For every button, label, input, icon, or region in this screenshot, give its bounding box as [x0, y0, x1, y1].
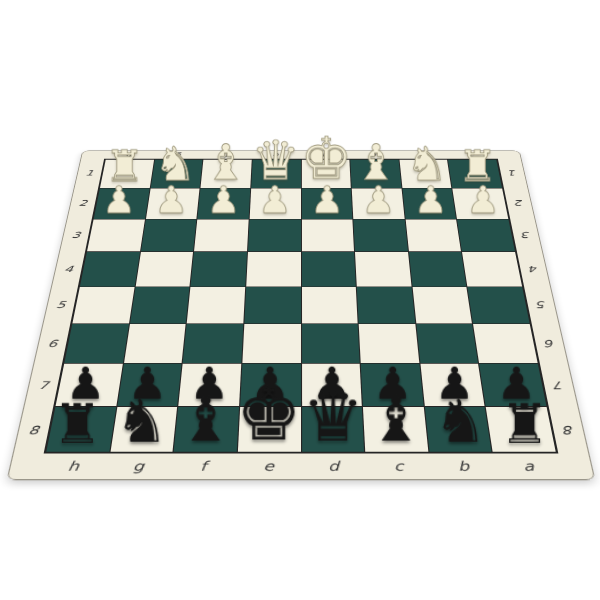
piece-black-bishop-c8: ♝ — [369, 389, 425, 451]
file-label-h: h — [67, 459, 81, 475]
square-b5 — [412, 287, 472, 324]
piece-black-rook-h8: ♜ — [53, 396, 102, 451]
piece-black-queen-d8: ♛ — [302, 382, 364, 451]
square-e8: ♚ — [238, 407, 301, 452]
square-e4 — [246, 252, 300, 286]
piece-white-pawn-f2: ♟ — [206, 181, 239, 218]
square-b3 — [405, 219, 461, 251]
square-a8: ♜ — [486, 407, 556, 452]
file-label-top-c: c — [372, 152, 378, 158]
square-f4 — [191, 252, 247, 286]
file-label-f: f — [200, 459, 207, 475]
rank-label-6: 6 — [47, 338, 59, 349]
piece-white-pawn-d2: ♟ — [310, 181, 343, 218]
rank-label-4: 4 — [63, 264, 74, 274]
square-c5 — [357, 287, 415, 324]
file-label-top-d: d — [322, 152, 328, 158]
square-f5 — [187, 287, 245, 324]
square-h4 — [80, 252, 140, 286]
rank-label-5: 5 — [55, 300, 66, 311]
file-label-a: a — [522, 459, 535, 475]
square-g5 — [130, 287, 190, 324]
square-c8: ♝ — [363, 407, 428, 452]
piece-black-knight-g8: ♞ — [115, 391, 168, 451]
piece-black-bishop-f8: ♝ — [178, 389, 234, 451]
chess-set-photo: hgfedcba 12345678 ♜♞♝♛♚♝♞♜♟♟♟♟♟♟♟♟♟♟♟♟♟♟… — [0, 0, 600, 600]
square-f3 — [194, 219, 248, 251]
piece-white-pawn-e2: ♟ — [258, 181, 291, 218]
square-d2: ♟ — [301, 189, 352, 219]
rank-label-right-8: 8 — [562, 423, 575, 436]
file-label-c: c — [393, 459, 404, 475]
rank-label-right-1: 1 — [508, 169, 518, 177]
square-h2: ♟ — [94, 189, 150, 219]
rank-label-right-3: 3 — [521, 230, 531, 239]
rank-label-right-6: 6 — [544, 338, 556, 349]
piece-black-king-e8: ♚ — [236, 378, 302, 451]
square-b8: ♞ — [425, 407, 492, 452]
rank-label-right-2: 2 — [514, 199, 524, 208]
piece-white-pawn-b2: ♟ — [414, 181, 447, 218]
rank-label-right-5: 5 — [535, 300, 546, 311]
file-label-g: g — [132, 459, 145, 475]
file-label-e: e — [263, 459, 274, 475]
square-g2: ♟ — [146, 189, 200, 219]
square-b4 — [409, 252, 467, 286]
square-a2: ♟ — [453, 189, 509, 219]
square-a3 — [457, 219, 515, 251]
file-label-top-h: h — [126, 152, 133, 158]
rank-label-right-7: 7 — [552, 379, 564, 391]
rank-label-2: 2 — [78, 199, 88, 208]
piece-white-pawn-c2: ♟ — [362, 181, 395, 218]
square-c3 — [353, 219, 407, 251]
file-label-top-g: g — [175, 152, 182, 158]
square-b2: ♟ — [402, 189, 456, 219]
square-a4 — [462, 252, 522, 286]
rank-label-7: 7 — [37, 379, 49, 391]
square-h5 — [72, 287, 134, 324]
square-f8: ♝ — [174, 407, 239, 452]
square-e3 — [248, 219, 301, 251]
piece-white-pawn-g2: ♟ — [154, 181, 187, 218]
chess-board: hgfedcba 12345678 ♜♞♝♛♚♝♞♜♟♟♟♟♟♟♟♟♟♟♟♟♟♟… — [6, 150, 595, 480]
file-label-top-e: e — [273, 152, 279, 158]
square-h3 — [87, 219, 145, 251]
file-label-top-b: b — [420, 152, 427, 158]
rank-label-8: 8 — [27, 423, 40, 436]
square-f2: ♟ — [198, 189, 251, 219]
square-c2: ♟ — [352, 189, 405, 219]
rank-label-right-4: 4 — [528, 264, 539, 274]
square-h8: ♜ — [46, 407, 116, 452]
piece-black-knight-b8: ♞ — [434, 391, 487, 451]
board-squares: ♜♞♝♛♚♝♞♜♟♟♟♟♟♟♟♟♟♟♟♟♟♟♟♟♜♞♝♚♛♝♞♜ — [44, 159, 559, 454]
rank-label-1: 1 — [85, 169, 95, 177]
piece-white-pawn-a2: ♟ — [466, 181, 499, 218]
square-d5 — [301, 287, 357, 324]
square-d8: ♛ — [302, 407, 365, 452]
square-g8: ♞ — [110, 407, 177, 452]
file-label-top-f: f — [226, 152, 230, 158]
square-g4 — [135, 252, 193, 286]
rank-label-3: 3 — [71, 230, 81, 239]
file-label-b: b — [457, 459, 470, 475]
square-e5 — [244, 287, 300, 324]
piece-white-pawn-h2: ♟ — [103, 181, 136, 218]
square-c4 — [355, 252, 411, 286]
square-a5 — [468, 287, 530, 324]
file-label-top-a: a — [469, 152, 476, 158]
piece-black-rook-a8: ♜ — [500, 396, 549, 451]
square-e2: ♟ — [250, 189, 301, 219]
square-g3 — [141, 219, 197, 251]
square-d4 — [301, 252, 355, 286]
file-label-d: d — [328, 459, 339, 475]
file-labels-bottom: hgfedcba — [38, 453, 563, 479]
square-d3 — [301, 219, 354, 251]
